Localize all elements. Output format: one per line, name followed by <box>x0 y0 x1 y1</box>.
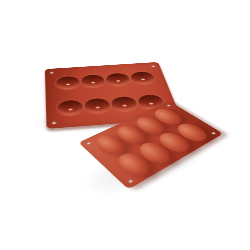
cavity-r1c1 <box>54 71 82 96</box>
corner-hole <box>50 71 54 73</box>
corner-hole <box>52 121 57 124</box>
corner-hole <box>166 104 171 107</box>
corner-hole <box>86 141 92 145</box>
corner-hole <box>151 65 155 67</box>
cavity-r1c4 <box>127 66 159 90</box>
cavity-r2c1 <box>56 94 86 123</box>
corner-hole <box>127 179 134 184</box>
product-photo-silicone-moulds <box>0 0 250 250</box>
